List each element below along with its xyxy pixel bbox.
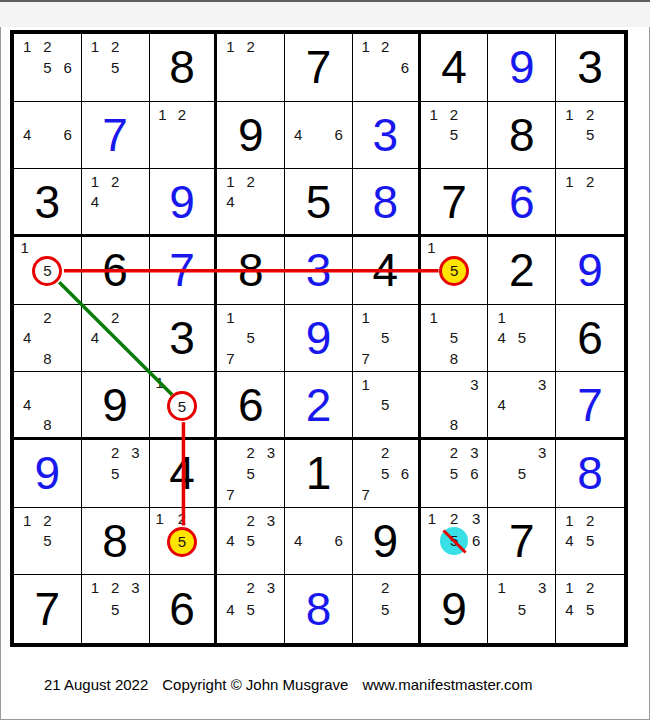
candidate-7	[17, 551, 37, 572]
candidate-1	[424, 442, 444, 463]
cell-r5c3[interactable]: 3	[150, 305, 218, 373]
candidate-9	[532, 620, 552, 641]
cell-r9c9[interactable]: 1245	[556, 575, 624, 643]
candidate-4	[220, 57, 240, 78]
candidate-7	[424, 348, 444, 369]
candidate-1: 1	[559, 104, 580, 125]
candidate-1	[356, 442, 376, 463]
candidate-1: 1	[17, 510, 37, 531]
cell-r5c6[interactable]: 157	[353, 305, 421, 373]
candidate-4	[559, 125, 580, 146]
candidate-1	[288, 104, 308, 125]
cell-r9c6[interactable]: 25	[353, 575, 421, 643]
cell-r1c6[interactable]: 126	[353, 34, 421, 102]
candidate-4	[424, 463, 444, 484]
candidate-5: 5	[444, 463, 464, 484]
pencil-marks: 125	[17, 510, 78, 573]
candidate-1	[424, 374, 444, 394]
candidate-1: 1	[220, 307, 240, 328]
candidate-3	[329, 510, 349, 531]
pencil-marks: 46	[17, 104, 78, 167]
cell-r4c4[interactable]: 8	[217, 237, 285, 305]
candidate-7	[424, 555, 440, 572]
candidate-7	[220, 551, 240, 572]
cell-r9c3[interactable]: 6	[150, 575, 218, 643]
candidate-8	[105, 620, 125, 641]
candidate-9	[58, 551, 78, 572]
candidate-1	[220, 442, 240, 463]
candidate-3: 3	[532, 442, 552, 463]
cell-r4c2[interactable]: 6	[82, 237, 150, 305]
cell-r6c6[interactable]: 15	[353, 372, 421, 440]
cell-r2c6[interactable]: 3	[353, 102, 421, 170]
candidate-1: 1	[559, 510, 580, 531]
solved-digit: 8	[306, 586, 332, 632]
candidate-2: 2	[105, 36, 125, 57]
candidate-8	[172, 145, 192, 166]
candidate-6	[395, 395, 415, 415]
given-digit: 2	[509, 247, 535, 293]
candidate-2: 2	[444, 104, 464, 125]
candidate-1: 1	[356, 374, 376, 394]
candidate-1: 1	[153, 510, 167, 527]
candidate-5: 5	[512, 328, 532, 349]
candidate-1	[17, 374, 37, 394]
sudoku-board[interactable]: 1256125812712649346712946312581253124912…	[10, 30, 628, 647]
candidate-1: 1	[356, 307, 376, 328]
candidate-7	[356, 78, 376, 99]
cell-r6c5[interactable]: 2	[285, 372, 353, 440]
candidate-6	[532, 395, 552, 415]
candidate-9	[532, 484, 552, 505]
candidate-6: 6	[329, 125, 349, 146]
candidate-2: 2	[375, 577, 395, 598]
candidate-8	[439, 286, 469, 302]
cell-r2c2[interactable]: 7	[82, 102, 150, 170]
candidate-2	[444, 374, 464, 394]
candidate-5	[512, 395, 532, 415]
cell-r6c3[interactable]: 15	[150, 372, 218, 440]
cell-r5c9[interactable]: 6	[556, 305, 624, 373]
given-digit: 1	[306, 450, 332, 496]
cell-r4c1[interactable]: 15	[14, 237, 82, 305]
disc-cyan-highlight: 5	[440, 527, 468, 555]
candidate-3	[197, 374, 211, 391]
candidate-5: 5	[241, 599, 261, 620]
candidate-8: 8	[444, 415, 464, 435]
candidate-6	[125, 192, 145, 212]
candidate-5: 5	[167, 391, 197, 421]
candidate-3: 3	[125, 442, 145, 463]
cell-r1c9[interactable]: 3	[556, 34, 624, 102]
cell-r3c6[interactable]: 8	[353, 169, 421, 237]
candidate-5	[308, 531, 328, 552]
cell-r6c9[interactable]: 7	[556, 372, 624, 440]
candidate-5	[444, 395, 464, 415]
candidate-3	[600, 104, 621, 125]
candidate-3	[600, 171, 621, 191]
pencil-marks: 235	[85, 442, 146, 505]
cell-r1c5[interactable]: 7	[285, 34, 353, 102]
cell-r5c2[interactable]: 24	[82, 305, 150, 373]
candidate-8	[444, 484, 464, 505]
candidate-5: 5	[241, 328, 261, 349]
candidate-8	[241, 212, 261, 232]
cell-r4c9[interactable]: 9	[556, 237, 624, 305]
candidate-9	[58, 145, 78, 166]
candidate-5: 5	[37, 531, 57, 552]
candidate-8	[105, 348, 125, 369]
candidate-3: 3	[468, 510, 484, 527]
cell-r6c8[interactable]: 34	[488, 372, 556, 440]
candidate-3	[261, 36, 281, 57]
candidate-7	[85, 620, 105, 641]
candidate-7	[288, 551, 308, 572]
given-digit: 8	[238, 247, 264, 293]
cell-r2c8[interactable]: 8	[488, 102, 556, 170]
candidate-3: 3	[464, 442, 484, 463]
candidate-4: 4	[17, 395, 37, 415]
candidate-9	[197, 557, 211, 573]
candidate-5: 5	[444, 125, 464, 146]
footer-copyright: Copyright © John Musgrave	[162, 676, 348, 693]
candidate-5: 5	[105, 463, 125, 484]
cell-r7c3[interactable]: 4	[150, 440, 218, 508]
candidate-4	[356, 395, 376, 415]
candidate-3	[58, 510, 78, 531]
cell-r7c7[interactable]: 2356	[421, 440, 489, 508]
given-digit: 6	[577, 315, 603, 361]
candidate-2: 2	[241, 577, 261, 598]
pencil-marks: 12	[559, 171, 621, 232]
candidate-2	[32, 239, 62, 256]
cell-r7c2[interactable]: 235	[82, 440, 150, 508]
cell-r8c8[interactable]: 7	[488, 508, 556, 576]
candidate-3	[395, 36, 415, 57]
candidate-8	[512, 415, 532, 435]
candidate-4	[424, 527, 440, 555]
pencil-marks: 2357	[220, 442, 281, 505]
candidate-9	[329, 551, 349, 572]
cell-r8c1[interactable]: 125	[14, 508, 82, 576]
cell-r6c7[interactable]: 38	[421, 372, 489, 440]
pencil-marks: 125	[559, 104, 621, 167]
candidate-9	[464, 415, 484, 435]
pencil-marks: 2356	[424, 442, 485, 505]
candidate-7	[220, 78, 240, 99]
cell-r2c3[interactable]: 12	[150, 102, 218, 170]
candidate-3	[192, 104, 212, 125]
candidate-7	[85, 78, 105, 99]
cell-r3c9[interactable]: 12	[556, 169, 624, 237]
candidate-2: 2	[37, 36, 57, 57]
pencil-marks: 135	[491, 577, 552, 641]
candidate-1	[220, 577, 240, 598]
candidate-4: 4	[491, 328, 511, 349]
candidate-2: 2	[580, 510, 601, 531]
cell-r7c8[interactable]: 35	[488, 440, 556, 508]
cell-r7c5[interactable]: 1	[285, 440, 353, 508]
candidate-9	[532, 348, 552, 369]
candidate-9	[58, 78, 78, 99]
candidate-7	[424, 145, 444, 166]
candidate-2	[375, 374, 395, 394]
pencil-marks: 157	[220, 307, 281, 370]
candidate-5: 5	[37, 57, 57, 78]
given-digit: 7	[35, 586, 61, 632]
candidate-6: 6	[395, 463, 415, 484]
candidate-4	[153, 391, 167, 421]
candidate-3	[261, 171, 281, 191]
pencil-marks: 125	[85, 36, 146, 99]
candidate-2	[37, 104, 57, 125]
candidate-7	[356, 620, 376, 641]
candidate-8	[105, 212, 125, 232]
cell-r4c5[interactable]: 3	[285, 237, 353, 305]
cell-r2c1[interactable]: 46	[14, 102, 82, 170]
candidate-4	[220, 463, 240, 484]
cell-r1c8[interactable]: 9	[488, 34, 556, 102]
candidate-9	[261, 620, 281, 641]
solved-digit: 9	[306, 315, 332, 361]
cell-r6c1[interactable]: 48	[14, 372, 82, 440]
candidate-2: 2	[172, 104, 192, 125]
cell-r7c4[interactable]: 2357	[217, 440, 285, 508]
cell-r5c7[interactable]: 158	[421, 305, 489, 373]
candidate-4: 4	[17, 328, 37, 349]
candidate-9	[532, 415, 552, 435]
candidate-7	[85, 348, 105, 369]
cell-r9c7[interactable]: 9	[421, 575, 489, 643]
candidate-5: 5	[580, 599, 601, 620]
cell-r8c5[interactable]: 46	[285, 508, 353, 576]
candidate-2	[512, 577, 532, 598]
cell-r2c7[interactable]: 125	[421, 102, 489, 170]
candidate-3	[395, 307, 415, 328]
cell-r2c9[interactable]: 125	[556, 102, 624, 170]
cell-r5c1[interactable]: 248	[14, 305, 82, 373]
cell-r9c5[interactable]: 8	[285, 575, 353, 643]
candidate-1	[85, 307, 105, 328]
pencil-marks: 145	[491, 307, 552, 370]
candidate-6	[532, 463, 552, 484]
candidate-2: 2	[241, 510, 261, 531]
given-digit: 4	[441, 44, 467, 90]
candidate-4	[17, 57, 37, 78]
cell-r2c4[interactable]: 9	[217, 102, 285, 170]
ring-highlight: 5	[32, 256, 62, 286]
cell-r2c5[interactable]: 46	[285, 102, 353, 170]
candidate-7: 7	[220, 484, 240, 505]
candidate-6	[261, 328, 281, 349]
candidate-5: 5	[375, 599, 395, 620]
given-digit: 9	[238, 112, 264, 158]
candidate-7	[491, 415, 511, 435]
candidate-1	[85, 442, 105, 463]
candidate-4: 4	[220, 531, 240, 552]
cell-r3c5[interactable]: 5	[285, 169, 353, 237]
given-digit: 7	[509, 518, 535, 564]
cell-r4c6[interactable]: 4	[353, 237, 421, 305]
candidate-8	[512, 484, 532, 505]
candidate-4	[17, 531, 37, 552]
cell-r6c2[interactable]: 9	[82, 372, 150, 440]
candidate-4: 4	[85, 192, 105, 212]
candidate-5: 5	[580, 125, 601, 146]
cell-r3c8[interactable]: 6	[488, 169, 556, 237]
cell-r7c9[interactable]: 8	[556, 440, 624, 508]
candidate-4: 4	[220, 192, 240, 212]
cell-r3c1[interactable]: 3	[14, 169, 82, 237]
candidate-2: 2	[105, 171, 125, 191]
cell-r8c4[interactable]: 2345	[217, 508, 285, 576]
pencil-marks: 1245	[559, 577, 621, 641]
cell-r1c4[interactable]: 12	[217, 34, 285, 102]
candidate-6	[197, 527, 211, 557]
cell-r3c2[interactable]: 124	[82, 169, 150, 237]
candidate-5	[172, 125, 192, 146]
cell-r9c1[interactable]: 7	[14, 575, 82, 643]
candidate-1: 1	[356, 36, 376, 57]
given-digit: 4	[372, 247, 398, 293]
candidate-7	[85, 484, 105, 505]
cell-r7c1[interactable]: 9	[14, 440, 82, 508]
cell-r9c2[interactable]: 1235	[82, 575, 150, 643]
candidate-7	[153, 557, 167, 573]
candidate-4: 4	[288, 125, 308, 146]
pencil-marks: 15	[424, 239, 485, 302]
candidate-5: 5	[444, 328, 464, 349]
given-digit: 5	[306, 179, 332, 225]
candidate-9	[125, 212, 145, 232]
cell-r3c7[interactable]: 7	[421, 169, 489, 237]
candidate-1: 1	[559, 577, 580, 598]
pencil-marks: 34	[491, 374, 552, 435]
cell-r9c4[interactable]: 2345	[217, 575, 285, 643]
candidate-8	[580, 212, 601, 232]
candidate-5	[308, 125, 328, 146]
candidate-7	[491, 620, 511, 641]
candidate-8	[375, 484, 395, 505]
cell-r4c3[interactable]: 7	[150, 237, 218, 305]
candidate-7	[559, 145, 580, 166]
candidate-7	[220, 620, 240, 641]
candidate-9	[261, 551, 281, 572]
cell-r8c2[interactable]: 8	[82, 508, 150, 576]
pencil-marks: 158	[424, 307, 485, 370]
cell-r5c4[interactable]: 157	[217, 305, 285, 373]
pencil-marks: 157	[356, 307, 415, 370]
footer-website: www.manifestmaster.com	[362, 676, 532, 693]
candidate-6: 6	[58, 57, 78, 78]
candidate-8	[37, 145, 57, 166]
solved-digit: 7	[577, 382, 603, 428]
candidate-8	[167, 557, 197, 573]
cell-r4c8[interactable]: 2	[488, 237, 556, 305]
candidate-6	[261, 57, 281, 78]
candidate-8	[241, 551, 261, 572]
given-digit: 3	[577, 44, 603, 90]
candidate-6	[464, 125, 484, 146]
cell-r8c7[interactable]: 12356	[421, 508, 489, 576]
candidate-9	[261, 348, 281, 369]
disc-yellow-highlight: 5	[439, 256, 469, 286]
cell-r6c4[interactable]: 6	[217, 372, 285, 440]
candidate-6	[261, 599, 281, 620]
candidate-2: 2	[444, 442, 464, 463]
candidate-5	[375, 57, 395, 78]
candidate-8	[241, 78, 261, 99]
cell-r1c7[interactable]: 4	[421, 34, 489, 102]
pencil-marks: 126	[356, 36, 415, 99]
candidate-9	[395, 415, 415, 435]
pencil-marks: 1256	[17, 36, 78, 99]
cell-r8c3[interactable]: 125	[150, 508, 218, 576]
candidate-8	[32, 286, 62, 302]
candidate-8	[440, 555, 468, 572]
candidate-9	[329, 145, 349, 166]
candidate-4	[424, 328, 444, 349]
candidate-1	[220, 510, 240, 531]
candidate-7	[17, 78, 37, 99]
candidate-2	[512, 307, 532, 328]
cell-r1c3[interactable]: 8	[150, 34, 218, 102]
pencil-marks: 124	[85, 171, 146, 232]
candidate-5	[105, 328, 125, 349]
cell-r5c5[interactable]: 9	[285, 305, 353, 373]
candidate-6: 6	[464, 463, 484, 484]
candidate-1: 1	[424, 239, 439, 256]
candidate-1	[17, 104, 37, 125]
cell-r3c3[interactable]: 9	[150, 169, 218, 237]
cell-r3c4[interactable]: 124	[217, 169, 285, 237]
candidate-5: 5	[440, 527, 468, 555]
candidate-7: 7	[356, 348, 376, 369]
candidate-1	[491, 374, 511, 394]
candidate-2	[375, 307, 395, 328]
cell-r1c2[interactable]: 125	[82, 34, 150, 102]
pencil-marks: 46	[288, 104, 349, 167]
cell-r7c6[interactable]: 2567	[353, 440, 421, 508]
candidate-6	[464, 328, 484, 349]
solved-digit: 9	[169, 179, 195, 225]
candidate-7	[153, 421, 167, 435]
candidate-4: 4	[288, 531, 308, 552]
cell-r5c8[interactable]: 145	[488, 305, 556, 373]
given-digit: 8	[102, 518, 128, 564]
candidate-5	[105, 192, 125, 212]
candidate-3	[125, 171, 145, 191]
candidate-3	[58, 104, 78, 125]
cell-r8c6[interactable]: 9	[353, 508, 421, 576]
candidate-1: 1	[220, 171, 240, 191]
cell-r1c1[interactable]: 1256	[14, 34, 82, 102]
pencil-marks: 2345	[220, 510, 281, 573]
candidate-4	[491, 599, 511, 620]
candidate-9	[125, 348, 145, 369]
candidate-7	[220, 212, 240, 232]
given-digit: 8	[169, 44, 195, 90]
candidate-2: 2	[375, 36, 395, 57]
candidate-8	[375, 620, 395, 641]
cell-r9c8[interactable]: 135	[488, 575, 556, 643]
candidate-6	[261, 192, 281, 212]
cell-r4c7[interactable]: 15	[421, 237, 489, 305]
candidate-6	[600, 125, 621, 146]
candidate-8: 8	[37, 348, 57, 369]
solved-digit: 3	[372, 112, 398, 158]
cell-r8c9[interactable]: 1245	[556, 508, 624, 576]
